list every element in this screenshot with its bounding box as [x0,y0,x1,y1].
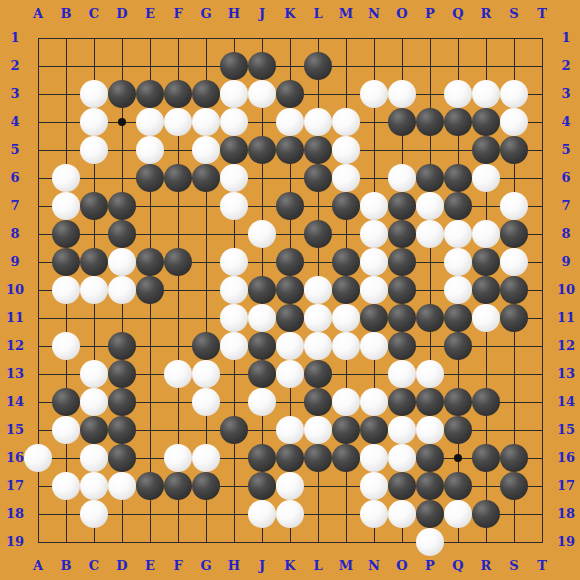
black-stone-D16 [108,444,136,472]
black-stone-O4 [388,108,416,136]
white-stone-H6 [220,164,248,192]
col-label-bottom-S: S [502,559,526,573]
black-stone-O7 [388,192,416,220]
col-label-bottom-J: J [250,559,274,573]
black-stone-P17 [416,472,444,500]
white-stone-B7 [52,192,80,220]
row-label-left-13: 13 [3,367,27,381]
white-stone-R8 [472,220,500,248]
white-stone-Q3 [444,80,472,108]
black-stone-L14 [304,388,332,416]
white-stone-C10 [80,276,108,304]
black-stone-J2 [248,52,276,80]
white-stone-M12 [332,332,360,360]
black-stone-Q6 [444,164,472,192]
black-stone-L13 [304,360,332,388]
white-stone-Q10 [444,276,472,304]
black-stone-J10 [248,276,276,304]
black-stone-S16 [500,444,528,472]
white-stone-Q18 [444,500,472,528]
white-stone-O6 [388,164,416,192]
col-label-bottom-M: M [334,559,358,573]
white-stone-J3 [248,80,276,108]
row-label-left-15: 15 [3,423,27,437]
col-label-top-B: B [54,7,78,21]
black-stone-M16 [332,444,360,472]
white-stone-O15 [388,416,416,444]
black-stone-Q11 [444,304,472,332]
black-stone-C15 [80,416,108,444]
col-label-bottom-R: R [474,559,498,573]
white-stone-G13 [192,360,220,388]
white-stone-H11 [220,304,248,332]
black-stone-M10 [332,276,360,304]
black-stone-P16 [416,444,444,472]
black-stone-C7 [80,192,108,220]
row-label-right-16: 16 [554,451,578,465]
white-stone-N10 [360,276,388,304]
row-label-left-18: 18 [3,507,27,521]
col-label-top-L: L [306,7,330,21]
black-stone-S17 [500,472,528,500]
white-stone-D10 [108,276,136,304]
white-stone-K15 [276,416,304,444]
white-stone-R3 [472,80,500,108]
black-stone-R10 [472,276,500,304]
col-label-bottom-O: O [390,559,414,573]
white-stone-F16 [164,444,192,472]
white-stone-H12 [220,332,248,360]
black-stone-B9 [52,248,80,276]
black-stone-R18 [472,500,500,528]
black-stone-H2 [220,52,248,80]
white-stone-M5 [332,136,360,164]
row-label-right-12: 12 [554,339,578,353]
black-stone-R16 [472,444,500,472]
white-stone-K18 [276,500,304,528]
row-label-left-11: 11 [3,311,27,325]
white-stone-H7 [220,192,248,220]
white-stone-N14 [360,388,388,416]
row-label-left-2: 2 [3,59,27,73]
white-stone-L15 [304,416,332,444]
black-stone-J5 [248,136,276,164]
white-stone-P8 [416,220,444,248]
white-stone-N18 [360,500,388,528]
black-stone-L8 [304,220,332,248]
row-label-right-15: 15 [554,423,578,437]
black-stone-F3 [164,80,192,108]
black-stone-P4 [416,108,444,136]
black-stone-S10 [500,276,528,304]
black-stone-K3 [276,80,304,108]
col-label-top-K: K [278,7,302,21]
col-label-bottom-N: N [362,559,386,573]
black-stone-K7 [276,192,304,220]
white-stone-B12 [52,332,80,360]
white-stone-K13 [276,360,304,388]
black-stone-B14 [52,388,80,416]
col-label-top-P: P [418,7,442,21]
white-stone-B6 [52,164,80,192]
white-stone-J18 [248,500,276,528]
col-label-top-Q: Q [446,7,470,21]
black-stone-Q4 [444,108,472,136]
row-label-left-19: 19 [3,535,27,549]
col-label-top-E: E [138,7,162,21]
white-stone-R6 [472,164,500,192]
row-label-left-6: 6 [3,171,27,185]
black-stone-P11 [416,304,444,332]
black-stone-K11 [276,304,304,332]
black-stone-F9 [164,248,192,276]
white-stone-B17 [52,472,80,500]
star-point [454,454,462,462]
white-stone-D17 [108,472,136,500]
white-stone-G14 [192,388,220,416]
white-stone-C13 [80,360,108,388]
row-label-left-14: 14 [3,395,27,409]
white-stone-O16 [388,444,416,472]
row-label-right-18: 18 [554,507,578,521]
row-label-right-9: 9 [554,255,578,269]
black-stone-G6 [192,164,220,192]
white-stone-Q9 [444,248,472,276]
col-label-top-O: O [390,7,414,21]
white-stone-R11 [472,304,500,332]
white-stone-S4 [500,108,528,136]
white-stone-P19 [416,528,444,556]
black-stone-O11 [388,304,416,332]
col-label-bottom-T: T [530,559,554,573]
black-stone-F6 [164,164,192,192]
white-stone-C17 [80,472,108,500]
row-label-left-9: 9 [3,255,27,269]
white-stone-H9 [220,248,248,276]
black-stone-G17 [192,472,220,500]
black-stone-N11 [360,304,388,332]
black-stone-F17 [164,472,192,500]
black-stone-M15 [332,416,360,444]
col-label-bottom-E: E [138,559,162,573]
col-label-top-H: H [222,7,246,21]
white-stone-Q8 [444,220,472,248]
black-stone-O14 [388,388,416,416]
white-stone-J8 [248,220,276,248]
white-stone-S9 [500,248,528,276]
row-label-left-17: 17 [3,479,27,493]
row-label-right-1: 1 [554,31,578,45]
white-stone-C18 [80,500,108,528]
black-stone-O8 [388,220,416,248]
white-stone-C4 [80,108,108,136]
black-stone-L6 [304,164,332,192]
row-label-right-7: 7 [554,199,578,213]
black-stone-H15 [220,416,248,444]
black-stone-D8 [108,220,136,248]
black-stone-E9 [136,248,164,276]
row-label-left-3: 3 [3,87,27,101]
col-label-bottom-D: D [110,559,134,573]
black-stone-O17 [388,472,416,500]
black-stone-K9 [276,248,304,276]
black-stone-S11 [500,304,528,332]
star-point [118,118,126,126]
row-label-left-7: 7 [3,199,27,213]
black-stone-K5 [276,136,304,164]
white-stone-P13 [416,360,444,388]
white-stone-A16 [24,444,52,472]
col-label-top-D: D [110,7,134,21]
black-stone-D7 [108,192,136,220]
white-stone-G16 [192,444,220,472]
col-label-bottom-L: L [306,559,330,573]
white-stone-N12 [360,332,388,360]
white-stone-J11 [248,304,276,332]
white-stone-C3 [80,80,108,108]
white-stone-M14 [332,388,360,416]
col-label-bottom-H: H [222,559,246,573]
black-stone-S5 [500,136,528,164]
black-stone-S8 [500,220,528,248]
black-stone-Q12 [444,332,472,360]
black-stone-R4 [472,108,500,136]
white-stone-C5 [80,136,108,164]
black-stone-J16 [248,444,276,472]
black-stone-P18 [416,500,444,528]
row-label-left-5: 5 [3,143,27,157]
black-stone-J17 [248,472,276,500]
black-stone-R5 [472,136,500,164]
black-stone-D3 [108,80,136,108]
white-stone-L4 [304,108,332,136]
black-stone-G12 [192,332,220,360]
black-stone-K16 [276,444,304,472]
white-stone-L11 [304,304,332,332]
col-label-top-A: A [26,7,50,21]
white-stone-N3 [360,80,388,108]
black-stone-O9 [388,248,416,276]
black-stone-K10 [276,276,304,304]
row-label-right-8: 8 [554,227,578,241]
black-stone-E10 [136,276,164,304]
black-stone-D12 [108,332,136,360]
row-label-right-13: 13 [554,367,578,381]
col-label-bottom-B: B [54,559,78,573]
white-stone-N16 [360,444,388,472]
col-label-top-J: J [250,7,274,21]
white-stone-H10 [220,276,248,304]
white-stone-S7 [500,192,528,220]
white-stone-K4 [276,108,304,136]
col-label-top-M: M [334,7,358,21]
black-stone-L5 [304,136,332,164]
white-stone-P7 [416,192,444,220]
row-label-right-11: 11 [554,311,578,325]
white-stone-H4 [220,108,248,136]
row-label-left-4: 4 [3,115,27,129]
black-stone-Q14 [444,388,472,416]
black-stone-D13 [108,360,136,388]
white-stone-K12 [276,332,304,360]
col-label-bottom-Q: Q [446,559,470,573]
white-stone-M11 [332,304,360,332]
col-label-bottom-F: F [166,559,190,573]
col-label-top-R: R [474,7,498,21]
white-stone-J14 [248,388,276,416]
white-stone-G4 [192,108,220,136]
col-label-top-G: G [194,7,218,21]
black-stone-J12 [248,332,276,360]
col-label-bottom-G: G [194,559,218,573]
row-label-right-3: 3 [554,87,578,101]
black-stone-Q15 [444,416,472,444]
white-stone-E5 [136,136,164,164]
col-label-top-S: S [502,7,526,21]
white-stone-E4 [136,108,164,136]
go-board[interactable]: AABBCCDDEEFFGGHHJJKKLLMMNNOOPPQQRRSSTT11… [0,0,580,580]
white-stone-N9 [360,248,388,276]
white-stone-C16 [80,444,108,472]
black-stone-E17 [136,472,164,500]
col-label-bottom-C: C [82,559,106,573]
white-stone-F13 [164,360,192,388]
black-stone-E3 [136,80,164,108]
black-stone-M7 [332,192,360,220]
row-label-right-19: 19 [554,535,578,549]
row-label-right-14: 14 [554,395,578,409]
col-label-bottom-K: K [278,559,302,573]
black-stone-O10 [388,276,416,304]
white-stone-F4 [164,108,192,136]
black-stone-B8 [52,220,80,248]
black-stone-Q17 [444,472,472,500]
white-stone-G5 [192,136,220,164]
col-label-top-F: F [166,7,190,21]
black-stone-O12 [388,332,416,360]
row-label-right-2: 2 [554,59,578,73]
white-stone-O3 [388,80,416,108]
col-label-bottom-P: P [418,559,442,573]
black-stone-J13 [248,360,276,388]
black-stone-N15 [360,416,388,444]
black-stone-L16 [304,444,332,472]
row-label-left-8: 8 [3,227,27,241]
white-stone-H3 [220,80,248,108]
white-stone-N8 [360,220,388,248]
row-label-right-10: 10 [554,283,578,297]
white-stone-C14 [80,388,108,416]
black-stone-M9 [332,248,360,276]
white-stone-L12 [304,332,332,360]
row-label-left-10: 10 [3,283,27,297]
white-stone-P15 [416,416,444,444]
black-stone-E6 [136,164,164,192]
col-label-top-C: C [82,7,106,21]
row-label-right-5: 5 [554,143,578,157]
white-stone-N7 [360,192,388,220]
black-stone-R9 [472,248,500,276]
col-label-bottom-A: A [26,559,50,573]
black-stone-Q7 [444,192,472,220]
row-label-right-17: 17 [554,479,578,493]
white-stone-L10 [304,276,332,304]
white-stone-D9 [108,248,136,276]
black-stone-G3 [192,80,220,108]
black-stone-P14 [416,388,444,416]
row-label-left-12: 12 [3,339,27,353]
black-stone-C9 [80,248,108,276]
black-stone-L2 [304,52,332,80]
white-stone-M6 [332,164,360,192]
col-label-top-T: T [530,7,554,21]
row-label-left-1: 1 [3,31,27,45]
white-stone-K17 [276,472,304,500]
white-stone-M4 [332,108,360,136]
black-stone-D14 [108,388,136,416]
row-label-right-4: 4 [554,115,578,129]
white-stone-S3 [500,80,528,108]
black-stone-H5 [220,136,248,164]
black-stone-P6 [416,164,444,192]
black-stone-D15 [108,416,136,444]
col-label-top-N: N [362,7,386,21]
black-stone-R14 [472,388,500,416]
row-label-right-6: 6 [554,171,578,185]
white-stone-B15 [52,416,80,444]
white-stone-B10 [52,276,80,304]
white-stone-O18 [388,500,416,528]
white-stone-O13 [388,360,416,388]
white-stone-N17 [360,472,388,500]
